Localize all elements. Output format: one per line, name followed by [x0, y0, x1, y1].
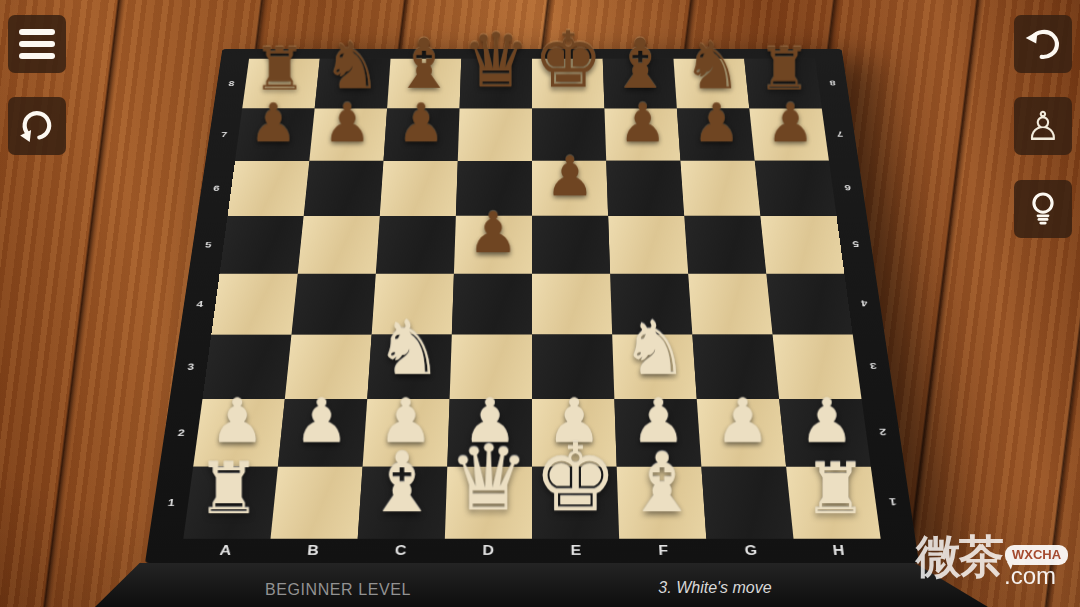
board-grid: ♜♞♝♛♚♝♞♜♟♟♟♟♟♟♟♟♞♞♟♟♟♟♟♟♟♟♜♝♛♚♝♜	[183, 59, 880, 539]
chess-board: 87654321 87654321 ABCDEFGH ♜♞♝♛♚♝♞♜♟♟♟♟♟…	[145, 49, 919, 563]
square-d7[interactable]	[458, 109, 532, 161]
square-e5[interactable]	[532, 216, 610, 274]
square-e6[interactable]: ♟	[532, 161, 608, 216]
square-e4[interactable]	[532, 274, 612, 335]
watermark-domain: .com	[1004, 564, 1056, 588]
square-b5[interactable]	[298, 216, 380, 274]
menu-button[interactable]	[8, 15, 66, 73]
piece-white-rook-h1[interactable]: ♜	[792, 456, 879, 521]
piece-black-pawn-a7[interactable]: ♟	[237, 98, 311, 147]
file-label-a: A	[180, 539, 270, 563]
file-label-e: E	[532, 539, 620, 563]
hamburger-icon	[19, 29, 55, 59]
pawn-icon: ♙	[1025, 106, 1061, 146]
piece-black-pawn-e6[interactable]: ♟	[532, 151, 608, 202]
square-a7[interactable]: ♟	[235, 109, 315, 161]
piece-black-pawn-g7[interactable]: ♟	[680, 98, 754, 147]
square-h4[interactable]	[766, 274, 852, 335]
piece-white-pawn-h2[interactable]: ♟	[785, 394, 869, 450]
piece-white-knight-f3[interactable]: ♞	[614, 314, 696, 383]
file-label-h: H	[794, 539, 884, 563]
file-label-c: C	[356, 539, 445, 563]
square-g1[interactable]	[701, 467, 793, 539]
square-h5[interactable]	[760, 216, 844, 274]
piece-white-queen-d1[interactable]: ♛	[445, 438, 532, 521]
watermark-cn-text: 微茶	[916, 534, 1002, 579]
square-a4[interactable]	[211, 274, 297, 335]
square-d8[interactable]: ♛	[460, 59, 532, 109]
file-label-d: D	[444, 539, 532, 563]
square-a6[interactable]	[228, 161, 310, 216]
piece-white-pawn-g2[interactable]: ♟	[700, 394, 784, 450]
piece-white-bishop-c1[interactable]: ♝	[359, 445, 446, 521]
piece-white-pawn-a2[interactable]: ♟	[195, 394, 279, 450]
square-d5[interactable]: ♟	[454, 216, 532, 274]
square-e1[interactable]: ♚	[532, 467, 619, 539]
square-f5[interactable]	[608, 216, 688, 274]
board-frame: 87654321 87654321 ABCDEFGH ♜♞♝♛♚♝♞♜♟♟♟♟♟…	[145, 49, 919, 563]
square-b1[interactable]	[270, 467, 362, 539]
square-h6[interactable]	[755, 161, 837, 216]
hint-button[interactable]	[1014, 180, 1072, 238]
restart-circular-arrow-icon	[17, 106, 57, 146]
piece-black-pawn-b7[interactable]: ♟	[310, 98, 384, 147]
piece-button[interactable]: ♙	[1014, 97, 1072, 155]
square-g2[interactable]: ♟	[697, 399, 786, 467]
square-g6[interactable]	[680, 161, 760, 216]
piece-black-pawn-f7[interactable]: ♟	[606, 98, 680, 147]
square-f7[interactable]: ♟	[604, 109, 680, 161]
square-d4[interactable]	[452, 274, 532, 335]
square-f1[interactable]: ♝	[617, 467, 707, 539]
move-indicator: 3. White's move	[658, 579, 771, 597]
undo-button[interactable]	[1014, 15, 1072, 73]
piece-black-bishop-c8[interactable]: ♝	[388, 33, 460, 96]
piece-black-pawn-c7[interactable]: ♟	[384, 98, 458, 147]
square-h7[interactable]: ♟	[749, 109, 829, 161]
piece-white-knight-c3[interactable]: ♞	[368, 314, 450, 383]
restart-button[interactable]	[8, 97, 66, 155]
piece-black-rook-a8[interactable]: ♜	[244, 42, 316, 96]
piece-white-pawn-b2[interactable]: ♟	[279, 394, 363, 450]
square-a1[interactable]: ♜	[183, 467, 278, 539]
square-e8[interactable]: ♚	[532, 59, 604, 109]
piece-white-rook-a1[interactable]: ♜	[185, 456, 272, 521]
square-b6[interactable]	[304, 161, 384, 216]
piece-black-knight-b8[interactable]: ♞	[316, 36, 388, 96]
piece-black-pawn-h7[interactable]: ♟	[754, 98, 828, 147]
square-g4[interactable]	[688, 274, 772, 335]
square-a5[interactable]	[220, 216, 304, 274]
square-b7[interactable]: ♟	[309, 109, 387, 161]
piece-black-rook-h8[interactable]: ♜	[748, 42, 820, 96]
piece-white-bishop-f1[interactable]: ♝	[619, 445, 706, 521]
level-label: BEGINNER LEVEL	[265, 581, 411, 599]
piece-black-pawn-d5[interactable]: ♟	[454, 207, 532, 259]
square-b4[interactable]	[291, 274, 375, 335]
square-c6[interactable]	[380, 161, 458, 216]
piece-black-knight-g8[interactable]: ♞	[676, 36, 748, 96]
square-h1[interactable]: ♜	[786, 467, 881, 539]
square-f6[interactable]	[606, 161, 684, 216]
watermark: 微茶 WXCHA .com	[916, 538, 1080, 602]
undo-arrow-icon	[1023, 24, 1063, 64]
square-c7[interactable]: ♟	[384, 109, 460, 161]
square-c1[interactable]: ♝	[358, 467, 448, 539]
square-b2[interactable]: ♟	[278, 399, 367, 467]
file-label-b: B	[268, 539, 358, 563]
file-label-g: G	[706, 539, 796, 563]
lightbulb-icon	[1023, 189, 1063, 229]
piece-black-king-e8[interactable]: ♚	[532, 24, 604, 96]
square-c5[interactable]	[376, 216, 456, 274]
file-label-f: F	[619, 539, 708, 563]
piece-black-bishop-f8[interactable]: ♝	[604, 33, 676, 96]
piece-black-queen-d8[interactable]: ♛	[460, 27, 532, 96]
square-g7[interactable]: ♟	[677, 109, 755, 161]
board-front-face: BEGINNER LEVEL 3. White's move	[95, 563, 988, 607]
piece-white-king-e1[interactable]: ♚	[532, 435, 619, 521]
square-d1[interactable]: ♛	[445, 467, 532, 539]
file-labels: ABCDEFGH	[180, 539, 884, 563]
square-g5[interactable]	[684, 216, 766, 274]
